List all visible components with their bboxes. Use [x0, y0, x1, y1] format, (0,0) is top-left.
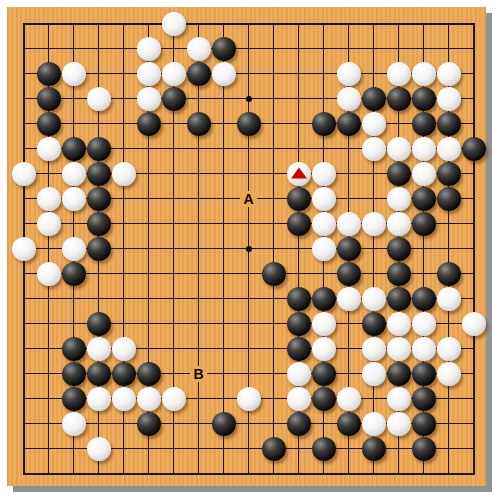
star-point [246, 96, 252, 102]
white-stone[interactable] [12, 237, 36, 261]
point-label-B: B [190, 366, 207, 382]
black-stone[interactable] [312, 437, 336, 461]
white-stone[interactable] [312, 187, 336, 211]
black-stone[interactable] [62, 337, 86, 361]
white-stone[interactable] [237, 387, 261, 411]
white-stone[interactable] [337, 87, 361, 111]
black-stone[interactable] [137, 112, 161, 136]
black-stone[interactable] [412, 387, 436, 411]
white-stone[interactable] [362, 362, 386, 386]
white-stone[interactable] [337, 387, 361, 411]
white-stone[interactable] [412, 137, 436, 161]
white-stone[interactable] [112, 387, 136, 411]
white-stone[interactable] [437, 287, 461, 311]
black-stone[interactable] [387, 287, 411, 311]
black-stone[interactable] [162, 87, 186, 111]
black-stone[interactable] [337, 237, 361, 261]
black-stone[interactable] [262, 437, 286, 461]
black-stone[interactable] [412, 287, 436, 311]
white-stone[interactable] [387, 337, 411, 361]
white-stone[interactable] [437, 137, 461, 161]
white-stone[interactable] [437, 337, 461, 361]
white-stone[interactable] [62, 187, 86, 211]
white-stone[interactable] [362, 337, 386, 361]
white-stone[interactable] [137, 62, 161, 86]
white-stone[interactable] [362, 412, 386, 436]
white-stone[interactable] [362, 112, 386, 136]
black-stone[interactable] [412, 187, 436, 211]
white-stone[interactable] [337, 287, 361, 311]
white-stone[interactable] [62, 412, 86, 436]
white-stone[interactable] [362, 137, 386, 161]
white-stone[interactable] [387, 387, 411, 411]
white-stone[interactable] [62, 162, 86, 186]
grid-line-horizontal [24, 473, 474, 474]
black-stone[interactable] [237, 112, 261, 136]
black-stone[interactable] [387, 262, 411, 286]
black-stone[interactable] [412, 87, 436, 111]
white-stone[interactable] [387, 137, 411, 161]
white-stone[interactable] [62, 62, 86, 86]
black-stone[interactable] [437, 112, 461, 136]
black-stone[interactable] [387, 87, 411, 111]
black-stone[interactable] [412, 362, 436, 386]
go-board[interactable]: AB [7, 7, 486, 486]
black-stone[interactable] [287, 412, 311, 436]
grid-line-vertical [473, 24, 474, 474]
black-stone[interactable] [37, 62, 61, 86]
white-stone[interactable] [387, 62, 411, 86]
black-stone[interactable] [412, 212, 436, 236]
white-stone[interactable] [387, 412, 411, 436]
white-stone[interactable] [462, 312, 486, 336]
white-stone[interactable] [312, 312, 336, 336]
black-stone[interactable] [437, 162, 461, 186]
white-stone[interactable] [112, 337, 136, 361]
black-stone[interactable] [287, 212, 311, 236]
black-stone[interactable] [362, 87, 386, 111]
black-stone[interactable] [137, 412, 161, 436]
white-stone[interactable] [312, 212, 336, 236]
white-stone[interactable] [337, 62, 361, 86]
black-stone[interactable] [62, 262, 86, 286]
black-stone[interactable] [337, 412, 361, 436]
black-stone[interactable] [87, 312, 111, 336]
black-stone[interactable] [37, 87, 61, 111]
black-stone[interactable] [337, 262, 361, 286]
black-stone[interactable] [312, 362, 336, 386]
black-stone[interactable] [337, 112, 361, 136]
black-stone[interactable] [62, 362, 86, 386]
black-stone[interactable] [87, 162, 111, 186]
black-stone[interactable] [187, 112, 211, 136]
white-stone[interactable] [162, 387, 186, 411]
black-stone[interactable] [412, 437, 436, 461]
black-stone[interactable] [412, 112, 436, 136]
black-stone[interactable] [362, 437, 386, 461]
white-stone[interactable] [137, 387, 161, 411]
white-stone[interactable] [137, 87, 161, 111]
black-stone[interactable] [387, 362, 411, 386]
star-point [246, 246, 252, 252]
black-stone[interactable] [312, 287, 336, 311]
white-stone[interactable] [137, 37, 161, 61]
white-stone[interactable] [412, 312, 436, 336]
point-label-A: A [240, 191, 257, 207]
marked-stone-overlay [287, 162, 311, 186]
black-stone[interactable] [287, 287, 311, 311]
white-stone[interactable] [212, 62, 236, 86]
black-stone[interactable] [37, 112, 61, 136]
white-stone[interactable] [87, 337, 111, 361]
white-stone[interactable] [162, 12, 186, 36]
screenshot-stage: AB [0, 0, 500, 500]
white-stone[interactable] [362, 287, 386, 311]
black-stone[interactable] [87, 187, 111, 211]
white-stone[interactable] [437, 62, 461, 86]
white-stone[interactable] [37, 262, 61, 286]
white-stone[interactable] [12, 162, 36, 186]
white-stone[interactable] [87, 87, 111, 111]
white-stone[interactable] [437, 362, 461, 386]
black-stone[interactable] [87, 362, 111, 386]
black-stone[interactable] [412, 412, 436, 436]
white-stone[interactable] [37, 137, 61, 161]
black-stone[interactable] [87, 237, 111, 261]
black-stone[interactable] [87, 137, 111, 161]
white-stone[interactable] [337, 212, 361, 236]
white-stone[interactable] [387, 312, 411, 336]
black-stone[interactable] [62, 137, 86, 161]
black-stone[interactable] [462, 137, 486, 161]
black-stone[interactable] [137, 362, 161, 386]
white-stone[interactable] [362, 212, 386, 236]
black-stone[interactable] [187, 62, 211, 86]
white-stone[interactable] [37, 187, 61, 211]
white-stone[interactable] [437, 87, 461, 111]
white-stone[interactable] [412, 337, 436, 361]
white-stone[interactable] [387, 187, 411, 211]
triangle-marker-icon [291, 167, 307, 178]
black-stone[interactable] [387, 237, 411, 261]
black-stone[interactable] [212, 37, 236, 61]
white-stone[interactable] [112, 162, 136, 186]
white-stone[interactable] [312, 337, 336, 361]
black-stone[interactable] [287, 337, 311, 361]
black-stone[interactable] [212, 412, 236, 436]
white-stone[interactable] [412, 62, 436, 86]
white-stone[interactable] [162, 62, 186, 86]
white-stone[interactable] [62, 237, 86, 261]
white-stone[interactable] [37, 212, 61, 236]
white-stone[interactable] [87, 437, 111, 461]
black-stone[interactable] [437, 187, 461, 211]
black-stone[interactable] [287, 312, 311, 336]
white-stone[interactable] [287, 362, 311, 386]
white-stone[interactable] [312, 237, 336, 261]
black-stone[interactable] [312, 112, 336, 136]
black-stone[interactable] [112, 362, 136, 386]
white-stone[interactable] [187, 37, 211, 61]
black-stone[interactable] [362, 312, 386, 336]
grid-line-vertical [273, 24, 274, 474]
white-stone[interactable] [412, 162, 436, 186]
black-stone[interactable] [437, 262, 461, 286]
white-stone[interactable] [312, 162, 336, 186]
white-stone[interactable] [87, 387, 111, 411]
black-stone[interactable] [87, 212, 111, 236]
black-stone[interactable] [62, 387, 86, 411]
black-stone[interactable] [287, 187, 311, 211]
white-stone[interactable] [387, 212, 411, 236]
black-stone[interactable] [262, 262, 286, 286]
black-stone[interactable] [312, 387, 336, 411]
white-stone[interactable] [287, 387, 311, 411]
black-stone[interactable] [387, 162, 411, 186]
